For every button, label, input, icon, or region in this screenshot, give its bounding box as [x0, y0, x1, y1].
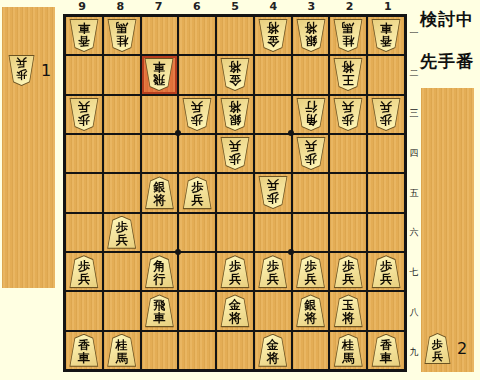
- shogi-piece[interactable]: 歩兵: [69, 98, 99, 131]
- board-square[interactable]: [217, 332, 253, 369]
- piece-kanji: 桂: [116, 34, 128, 47]
- piece-kanji: 将: [267, 352, 279, 365]
- piece-kanji: 歩: [229, 152, 241, 165]
- piece-kanji: 歩: [380, 113, 392, 126]
- board-square[interactable]: [368, 214, 404, 251]
- piece-kanji: 将: [229, 60, 241, 73]
- board-square[interactable]: [66, 174, 102, 211]
- piece-kanji: 兵: [342, 273, 354, 286]
- piece-kanji: 車: [78, 352, 90, 365]
- board-square[interactable]: 角行: [293, 96, 329, 133]
- board-square[interactable]: [66, 214, 102, 251]
- board-square[interactable]: [217, 17, 253, 54]
- piece-kanji: 兵: [267, 178, 279, 191]
- rank-label: 四: [407, 133, 421, 173]
- board-square[interactable]: [368, 292, 404, 329]
- board-square[interactable]: [255, 214, 291, 251]
- board-square[interactable]: 桂馬: [104, 332, 140, 369]
- piece-kanji: 兵: [380, 273, 392, 286]
- shogi-piece[interactable]: 角行: [144, 255, 174, 288]
- piece-kanji: 歩: [16, 69, 27, 81]
- piece-kanji: 将: [305, 21, 317, 34]
- board-square[interactable]: 歩兵: [330, 253, 366, 290]
- piece-kanji: 兵: [305, 273, 317, 286]
- board-square[interactable]: [142, 214, 178, 251]
- board-square[interactable]: 角行: [142, 253, 178, 290]
- gote-hand-count: 1: [41, 61, 51, 80]
- piece-kanji: 兵: [229, 273, 241, 286]
- piece-kanji: 兵: [78, 100, 90, 113]
- shogi-piece[interactable]: 飛車: [144, 294, 174, 327]
- board-square[interactable]: [142, 96, 178, 133]
- board-grid: 香車桂馬金将銀将桂馬香車飛車金将王将歩兵歩兵銀将角行歩兵歩兵歩兵歩兵銀将歩兵歩兵…: [66, 17, 404, 369]
- shogi-piece[interactable]: 玉将: [333, 294, 363, 327]
- shogi-piece[interactable]: 歩兵: [333, 255, 363, 288]
- board-square[interactable]: 歩兵: [104, 214, 140, 251]
- board-square[interactable]: 銀将: [293, 17, 329, 54]
- shogi-board: 香車桂馬金将銀将桂馬香車飛車金将王将歩兵歩兵銀将角行歩兵歩兵歩兵歩兵銀将歩兵歩兵…: [63, 14, 407, 372]
- piece-kanji: 歩: [191, 113, 203, 126]
- rank-label: 七: [407, 253, 421, 293]
- piece-kanji: 車: [153, 312, 165, 325]
- board-square[interactable]: 桂馬: [104, 17, 140, 54]
- piece-kanji: 桂: [342, 339, 354, 352]
- piece-kanji: 兵: [78, 273, 90, 286]
- sente-hand-count: 2: [457, 339, 467, 358]
- shogi-piece[interactable]: 飛車: [144, 58, 174, 91]
- shogi-piece[interactable]: 歩兵: [333, 98, 363, 131]
- board-square[interactable]: [330, 135, 366, 172]
- board-square[interactable]: [104, 135, 140, 172]
- board-square[interactable]: [368, 56, 404, 93]
- board-square[interactable]: [104, 253, 140, 290]
- board-square[interactable]: [330, 174, 366, 211]
- board-square[interactable]: [66, 292, 102, 329]
- shogi-piece[interactable]: 歩兵: [258, 176, 288, 209]
- board-square[interactable]: 歩兵: [368, 96, 404, 133]
- piece-kanji: 馬: [342, 352, 354, 365]
- piece-kanji: 歩: [267, 191, 279, 204]
- board-square[interactable]: [330, 214, 366, 251]
- piece-kanji: 馬: [116, 352, 128, 365]
- piece-kanji: 歩: [116, 221, 128, 234]
- shogi-piece[interactable]: 歩兵: [182, 176, 212, 209]
- shogi-piece[interactable]: 桂馬: [107, 19, 137, 52]
- rank-label: 一: [407, 14, 421, 54]
- shogi-piece[interactable]: 銀将: [220, 98, 250, 131]
- piece-kanji: 銀: [305, 34, 317, 47]
- board-square[interactable]: [255, 56, 291, 93]
- shogi-piece[interactable]: 香車: [69, 19, 99, 52]
- shogi-piece[interactable]: 歩兵: [69, 255, 99, 288]
- board-square[interactable]: [293, 174, 329, 211]
- shogi-piece[interactable]: 歩兵: [371, 255, 401, 288]
- shogi-piece[interactable]: 歩兵: [296, 255, 326, 288]
- piece-kanji: 金: [267, 34, 279, 47]
- board-square[interactable]: [179, 135, 215, 172]
- board-square[interactable]: [368, 135, 404, 172]
- board-square[interactable]: 香車: [368, 17, 404, 54]
- board-square[interactable]: 桂馬: [330, 17, 366, 54]
- file-labels: 9 8 7 6 5 4 3 2 1: [63, 0, 407, 13]
- hand-piece-sente-pawn[interactable]: 歩 兵: [424, 333, 451, 364]
- board-square[interactable]: [142, 332, 178, 369]
- file-label: 1: [369, 0, 407, 13]
- star-point: [175, 249, 181, 255]
- shogi-piece[interactable]: 歩兵: [220, 255, 250, 288]
- board-square[interactable]: 香車: [368, 332, 404, 369]
- shogi-piece[interactable]: 銀将: [296, 19, 326, 52]
- board-square[interactable]: 歩兵: [66, 253, 102, 290]
- piece-kanji: 兵: [380, 100, 392, 113]
- piece-kanji: 桂: [116, 339, 128, 352]
- board-square[interactable]: 王将: [330, 56, 366, 93]
- piece-kanji: 金: [229, 73, 241, 86]
- board-square[interactable]: 金将: [255, 17, 291, 54]
- shogi-piece[interactable]: 金将: [258, 334, 288, 367]
- board-square[interactable]: 歩兵: [255, 253, 291, 290]
- board-square[interactable]: [179, 332, 215, 369]
- board-square[interactable]: 桂馬: [330, 332, 366, 369]
- shogi-piece[interactable]: 歩兵: [258, 255, 288, 288]
- shogi-piece[interactable]: 金将: [258, 19, 288, 52]
- file-label: 9: [63, 0, 101, 13]
- piece-kanji: 香: [78, 34, 90, 47]
- piece-kanji: 飛: [153, 73, 165, 86]
- shogi-piece[interactable]: 王将: [333, 58, 363, 91]
- board-square[interactable]: 歩兵: [179, 96, 215, 133]
- file-label: 7: [139, 0, 177, 13]
- piece-kanji: 車: [380, 21, 392, 34]
- board-square[interactable]: [217, 174, 253, 211]
- shogi-piece[interactable]: 歩兵: [371, 98, 401, 131]
- piece-kanji: 歩: [305, 152, 317, 165]
- piece-kanji: 王: [342, 73, 354, 86]
- piece-kanji: 香: [380, 339, 392, 352]
- piece-kanji: 兵: [432, 350, 443, 362]
- shogi-piece[interactable]: 香車: [371, 334, 401, 367]
- board-square[interactable]: 玉将: [330, 292, 366, 329]
- piece-kanji: 香: [380, 34, 392, 47]
- shogi-piece[interactable]: 金将: [220, 58, 250, 91]
- komadai-sente: 歩 兵 2: [421, 88, 474, 372]
- rank-label: 三: [407, 94, 421, 134]
- board-square[interactable]: 歩兵: [179, 174, 215, 211]
- board-square[interactable]: 歩兵: [293, 253, 329, 290]
- board-square[interactable]: [293, 214, 329, 251]
- board-square[interactable]: [293, 332, 329, 369]
- shogi-piece[interactable]: 金将: [220, 294, 250, 327]
- piece-kanji: 角: [305, 113, 317, 126]
- piece-kanji: 金: [267, 339, 279, 352]
- board-square[interactable]: [179, 17, 215, 54]
- shogi-piece[interactable]: 角行: [296, 98, 326, 131]
- piece-kanji: 将: [305, 312, 317, 325]
- piece-kanji: 将: [342, 60, 354, 73]
- rank-label: 二: [407, 54, 421, 94]
- piece-kanji: 将: [229, 100, 241, 113]
- piece-kanji: 兵: [342, 100, 354, 113]
- piece-kanji: 香: [78, 339, 90, 352]
- board-square[interactable]: 歩兵: [293, 135, 329, 172]
- board-square[interactable]: 銀将: [217, 96, 253, 133]
- piece-kanji: 兵: [229, 139, 241, 152]
- piece-kanji: 将: [153, 194, 165, 207]
- board-square[interactable]: 金将: [217, 56, 253, 93]
- board-square[interactable]: [255, 135, 291, 172]
- piece-kanji: 兵: [191, 100, 203, 113]
- shogi-piece[interactable]: 桂馬: [333, 334, 363, 367]
- board-square[interactable]: [142, 17, 178, 54]
- piece-kanji: 車: [153, 60, 165, 73]
- board-square[interactable]: [293, 56, 329, 93]
- piece-kanji: 歩: [342, 113, 354, 126]
- hand-piece-gote-pawn[interactable]: 歩 兵: [8, 55, 35, 86]
- piece-kanji: 馬: [116, 21, 128, 34]
- piece-kanji: 銀: [229, 113, 241, 126]
- board-square[interactable]: [179, 56, 215, 93]
- piece-kanji: 兵: [267, 273, 279, 286]
- board-square[interactable]: 歩兵: [66, 96, 102, 133]
- board-square[interactable]: 飛車: [142, 56, 178, 93]
- board-square[interactable]: [104, 174, 140, 211]
- board-square[interactable]: [104, 292, 140, 329]
- board-square[interactable]: [66, 56, 102, 93]
- board-square[interactable]: [179, 214, 215, 251]
- sente-hand-slot: 歩 兵 2: [424, 333, 467, 364]
- file-label: 2: [331, 0, 369, 13]
- board-square[interactable]: 歩兵: [330, 96, 366, 133]
- piece-kanji: 将: [342, 312, 354, 325]
- board-square[interactable]: [104, 56, 140, 93]
- board-square[interactable]: 銀将: [293, 292, 329, 329]
- board-square[interactable]: [104, 96, 140, 133]
- piece-kanji: 車: [78, 21, 90, 34]
- board-square[interactable]: [368, 174, 404, 211]
- status-turn-label: 先手番: [420, 50, 478, 73]
- star-point: [175, 130, 181, 136]
- rank-label: 八: [407, 292, 421, 332]
- board-square[interactable]: [217, 214, 253, 251]
- file-label: 5: [216, 0, 254, 13]
- piece-kanji: 車: [380, 352, 392, 365]
- piece-kanji: 歩: [78, 113, 90, 126]
- rank-label: 九: [407, 332, 421, 372]
- shogi-piece[interactable]: 銀将: [144, 176, 174, 209]
- board-square[interactable]: [179, 292, 215, 329]
- file-label: 6: [178, 0, 216, 13]
- board-square[interactable]: [66, 135, 102, 172]
- board-square[interactable]: [179, 253, 215, 290]
- file-label: 8: [101, 0, 139, 13]
- board-square[interactable]: 銀将: [142, 174, 178, 211]
- shogi-piece[interactable]: 歩兵: [182, 98, 212, 131]
- shogi-piece[interactable]: 歩兵: [220, 137, 250, 170]
- piece-kanji: 兵: [16, 57, 27, 69]
- shogi-piece[interactable]: 桂馬: [107, 334, 137, 367]
- shogi-piece[interactable]: 歩兵: [296, 137, 326, 170]
- board-square[interactable]: 歩兵: [368, 253, 404, 290]
- rank-label: 五: [407, 173, 421, 213]
- piece-kanji: 馬: [342, 21, 354, 34]
- board-square[interactable]: 金将: [217, 292, 253, 329]
- komadai-gote: 歩 兵 1: [2, 7, 55, 288]
- piece-kanji: 行: [153, 273, 165, 286]
- board-square[interactable]: [255, 292, 291, 329]
- file-label: 3: [292, 0, 330, 13]
- star-point: [288, 249, 294, 255]
- shogi-piece[interactable]: 銀将: [296, 294, 326, 327]
- board-square[interactable]: 香車: [66, 17, 102, 54]
- shogi-piece[interactable]: 香車: [371, 19, 401, 52]
- piece-kanji: 兵: [305, 139, 317, 152]
- board-square[interactable]: 金将: [255, 332, 291, 369]
- board-square[interactable]: [142, 135, 178, 172]
- rank-label: 六: [407, 213, 421, 253]
- piece-kanji: 歩: [432, 338, 443, 350]
- gote-hand-slot: 歩 兵 1: [8, 55, 51, 86]
- shogi-piece[interactable]: 桂馬: [333, 19, 363, 52]
- board-square[interactable]: [255, 96, 291, 133]
- shogi-piece[interactable]: 歩兵: [107, 216, 137, 249]
- piece-kanji: 兵: [191, 194, 203, 207]
- board-square[interactable]: 香車: [66, 332, 102, 369]
- rank-labels: 一 二 三 四 五 六 七 八 九: [407, 14, 421, 372]
- board-square[interactable]: 飛車: [142, 292, 178, 329]
- board-square[interactable]: 歩兵: [217, 135, 253, 172]
- board-square[interactable]: 歩兵: [255, 174, 291, 211]
- file-label: 4: [254, 0, 292, 13]
- piece-kanji: 桂: [342, 34, 354, 47]
- shogi-piece[interactable]: 香車: [69, 334, 99, 367]
- piece-kanji: 行: [305, 100, 317, 113]
- board-square[interactable]: 歩兵: [217, 253, 253, 290]
- status-analyzing-label: 検討中: [420, 8, 478, 31]
- piece-kanji: 将: [267, 21, 279, 34]
- piece-kanji: 兵: [116, 234, 128, 247]
- piece-kanji: 将: [229, 312, 241, 325]
